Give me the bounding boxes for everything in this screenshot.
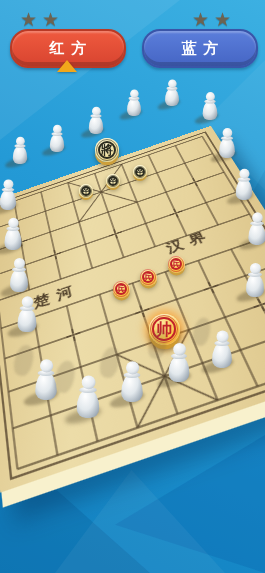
- pawn-head: [130, 89, 139, 98]
- pawn-head: [21, 296, 33, 308]
- piece-blue-pawn[interactable]: [120, 361, 144, 402]
- pawn-head: [205, 92, 214, 101]
- pawn-head: [14, 258, 25, 269]
- pawn-head: [173, 343, 186, 356]
- game-screen: 楚河 汉界 將卒卒卒兵兵兵帅 ★★ ★★ 红方 蓝方: [0, 0, 265, 573]
- pawn-body: [169, 357, 190, 382]
- piece-character: 將: [101, 144, 113, 156]
- disc-ring: 卒: [135, 167, 146, 178]
- piece-red-soldier[interactable]: 兵: [140, 269, 157, 286]
- pawn-head: [216, 331, 228, 343]
- pawn-body: [10, 270, 28, 292]
- pawn-body: [4, 229, 21, 250]
- pawn-head: [222, 128, 232, 138]
- pawn-body: [246, 275, 264, 297]
- disc-ring: 卒: [108, 176, 119, 187]
- disc-ring: 兵: [142, 271, 155, 284]
- piece-red-soldier[interactable]: 兵: [168, 256, 185, 273]
- piece-blue-pawn[interactable]: [168, 343, 191, 382]
- piece-blue-pawn[interactable]: [76, 376, 101, 419]
- pawn-body: [50, 134, 64, 152]
- pawn-head: [252, 212, 263, 223]
- disc-ring: 卒: [81, 186, 92, 197]
- pawn-head: [250, 263, 261, 274]
- pieces-layer: 將卒卒卒兵兵兵帅: [0, 0, 265, 573]
- pawn-body: [89, 116, 103, 134]
- turn-indicator-triangle: [57, 60, 77, 72]
- piece-character: 卒: [136, 168, 143, 175]
- piece-blue-pawn[interactable]: [126, 89, 142, 116]
- pawn-head: [8, 218, 18, 228]
- pawn-head: [81, 376, 95, 390]
- pawn-head: [16, 137, 25, 146]
- pawn-head: [239, 169, 249, 179]
- piece-reflection: [190, 316, 213, 348]
- piece-blue-pawn[interactable]: [4, 218, 23, 250]
- pawn-body: [127, 99, 141, 116]
- piece-character: 兵: [117, 285, 126, 294]
- pawn-head: [168, 79, 177, 88]
- piece-reflection: [97, 345, 122, 380]
- piece-character: 卒: [109, 177, 116, 184]
- piece-blue-pawn[interactable]: [0, 179, 17, 210]
- disc-ring: 將: [98, 141, 116, 159]
- disc-ring: 兵: [170, 258, 183, 271]
- pawn-body: [77, 391, 100, 419]
- pawn-body: [236, 180, 253, 200]
- piece-blue-pawn[interactable]: [245, 263, 265, 297]
- piece-blue-pawn[interactable]: [12, 137, 28, 164]
- blue-stars: ★★: [192, 8, 236, 31]
- pawn-body: [13, 146, 27, 164]
- pawn-body: [35, 374, 57, 400]
- piece-blue-pawn[interactable]: [17, 296, 38, 332]
- pawn-body: [0, 190, 16, 210]
- pawn-body: [212, 344, 232, 368]
- pawn-head: [3, 179, 13, 189]
- piece-blue-pawn[interactable]: [164, 79, 180, 106]
- piece-character: 卒: [82, 187, 89, 194]
- pawn-head: [125, 361, 138, 374]
- piece-blue-pawn[interactable]: [235, 169, 253, 200]
- pawn-body: [121, 376, 143, 402]
- piece-character: 兵: [172, 260, 181, 269]
- piece-blue-pawn[interactable]: [247, 212, 265, 245]
- disc-ring: 兵: [115, 283, 128, 296]
- pawn-head: [53, 125, 62, 134]
- pawn-body: [248, 224, 265, 245]
- piece-black-soldier[interactable]: 卒: [133, 165, 147, 179]
- pawn-body: [203, 102, 218, 120]
- piece-character: 兵: [144, 273, 153, 282]
- piece-red-soldier[interactable]: 兵: [113, 281, 130, 298]
- piece-reflection: [11, 343, 36, 378]
- pawn-body: [165, 89, 179, 106]
- piece-blue-pawn[interactable]: [88, 107, 104, 134]
- red-stars: ★★: [20, 8, 64, 31]
- piece-black-soldier[interactable]: 卒: [79, 184, 93, 198]
- blue-side-button[interactable]: 蓝方: [142, 29, 258, 68]
- piece-blue-pawn[interactable]: [49, 125, 65, 152]
- piece-blue-pawn[interactable]: [218, 128, 236, 158]
- pawn-body: [18, 309, 37, 332]
- pawn-head: [39, 359, 52, 372]
- piece-blue-pawn[interactable]: [211, 331, 233, 368]
- piece-black-general[interactable]: 將: [95, 138, 119, 162]
- pawn-body: [219, 139, 235, 158]
- piece-blue-pawn[interactable]: [202, 92, 218, 120]
- piece-black-soldier[interactable]: 卒: [106, 174, 120, 188]
- piece-blue-pawn[interactable]: [9, 258, 29, 292]
- pawn-head: [92, 107, 101, 116]
